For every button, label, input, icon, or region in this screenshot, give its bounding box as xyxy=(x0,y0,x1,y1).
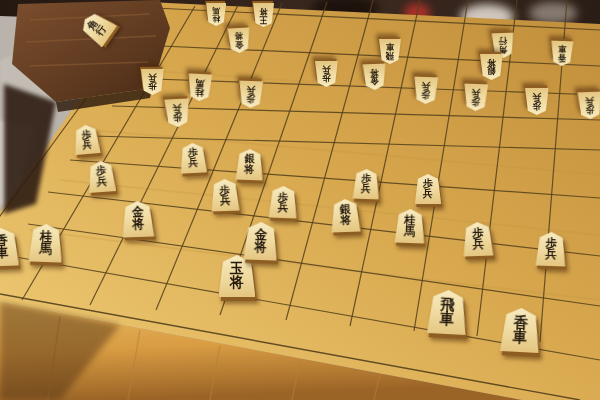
piece-歩兵-4六[interactable]: 歩兵 xyxy=(352,169,379,200)
piece-face: 歩兵 xyxy=(525,88,549,115)
piece-歩兵-2七[interactable]: 歩兵 xyxy=(462,221,493,256)
piece-歩兵-5七[interactable]: 歩兵 xyxy=(268,186,297,219)
piece-face: 歩兵 xyxy=(352,169,379,200)
piece-香車-1一[interactable]: 香車 xyxy=(551,40,574,66)
piece-歩兵-3六[interactable]: 歩兵 xyxy=(415,174,441,204)
piece-歩兵-6七[interactable]: 歩兵 xyxy=(210,179,239,212)
piece-face: 桂馬 xyxy=(187,73,212,101)
piece-金将-7二[interactable]: 金将 xyxy=(227,27,250,53)
piece-歩兵-1三[interactable]: 歩兵 xyxy=(578,91,600,119)
piece-face: 歩兵 xyxy=(462,221,493,256)
piece-face: 歩兵 xyxy=(73,123,101,154)
piece-face: 金将 xyxy=(244,221,279,260)
piece-face: 銀将 xyxy=(331,198,361,232)
piece-歩兵-9六[interactable]: 歩兵 xyxy=(73,123,101,154)
piece-飛車-4二[interactable]: 飛車 xyxy=(379,39,401,64)
piece-face: 歩兵 xyxy=(210,179,239,212)
piece-face: 銀将 xyxy=(480,54,503,80)
piece-face: 歩兵 xyxy=(268,186,297,219)
piece-桂馬-7三[interactable]: 桂馬 xyxy=(187,73,212,101)
piece-歩兵-8四[interactable]: 歩兵 xyxy=(141,69,164,95)
piece-face: 歩兵 xyxy=(464,83,489,111)
pieces-layer: 香車桂馬金将玉将金将歩兵歩兵歩兵銀将歩兵歩兵歩兵歩兵銀将桂馬歩兵歩兵飛車香車桂馬… xyxy=(0,0,600,400)
piece-face: 歩兵 xyxy=(239,80,264,108)
piece-歩兵-7六[interactable]: 歩兵 xyxy=(179,142,207,173)
piece-歩兵-7五[interactable]: 歩兵 xyxy=(164,98,190,127)
piece-face: 歩兵 xyxy=(87,160,116,193)
piece-face: 金将 xyxy=(227,27,250,53)
piece-face: 歩兵 xyxy=(578,91,600,119)
piece-桂馬-8一[interactable]: 桂馬 xyxy=(206,3,226,26)
piece-face: 香車 xyxy=(500,307,541,353)
captured-piece-角行-hand[interactable]: 角行 xyxy=(77,9,117,48)
shogi-photo: 香車桂馬金将玉将金将歩兵歩兵歩兵銀将歩兵歩兵歩兵歩兵銀将桂馬歩兵歩兵飛車香車桂馬… xyxy=(0,0,600,400)
piece-桂馬-8九[interactable]: 桂馬 xyxy=(29,223,64,262)
piece-歩兵-4四[interactable]: 歩兵 xyxy=(414,76,439,104)
piece-歩兵-3四[interactable]: 歩兵 xyxy=(464,83,489,111)
piece-face: 飛車 xyxy=(427,289,468,335)
piece-歩兵-6四[interactable]: 歩兵 xyxy=(239,80,264,108)
piece-香車-9九[interactable]: 香車 xyxy=(0,227,19,266)
piece-face: 歩兵 xyxy=(179,142,207,173)
piece-金将-7八[interactable]: 金将 xyxy=(122,200,155,237)
piece-face: 角行 xyxy=(77,9,117,48)
piece-face: 王将 xyxy=(253,3,274,27)
piece-歩兵-2四[interactable]: 歩兵 xyxy=(525,88,549,115)
piece-face: 桂馬 xyxy=(206,3,226,26)
piece-銀将-2三[interactable]: 銀将 xyxy=(480,54,503,80)
piece-face: 銀将 xyxy=(236,148,264,180)
piece-face: 金将 xyxy=(362,64,386,91)
piece-金将-5八[interactable]: 金将 xyxy=(244,221,279,260)
piece-銀将-6六[interactable]: 銀将 xyxy=(236,148,264,180)
piece-金将-4三[interactable]: 金将 xyxy=(362,64,386,91)
piece-face: 歩兵 xyxy=(141,69,164,95)
piece-face: 歩兵 xyxy=(535,231,566,266)
piece-face: 歩兵 xyxy=(415,174,441,204)
piece-face: 歩兵 xyxy=(315,61,338,87)
piece-face: 金将 xyxy=(122,200,155,237)
piece-歩兵-8七[interactable]: 歩兵 xyxy=(87,160,116,193)
piece-歩兵-1七[interactable]: 歩兵 xyxy=(535,231,566,266)
piece-銀将-4七[interactable]: 銀将 xyxy=(331,198,361,232)
piece-王将-7一[interactable]: 王将 xyxy=(253,3,274,27)
piece-face: 桂馬 xyxy=(394,208,425,243)
piece-face: 桂馬 xyxy=(29,223,64,262)
piece-face: 歩兵 xyxy=(414,76,439,104)
piece-歩兵-5三[interactable]: 歩兵 xyxy=(315,61,338,87)
piece-飛車-2九[interactable]: 飛車 xyxy=(427,289,468,335)
piece-香車-1九[interactable]: 香車 xyxy=(500,307,541,353)
piece-桂馬-3七[interactable]: 桂馬 xyxy=(394,208,425,243)
piece-face: 香車 xyxy=(551,40,574,66)
piece-face: 飛車 xyxy=(379,39,401,64)
piece-face: 歩兵 xyxy=(164,98,190,127)
